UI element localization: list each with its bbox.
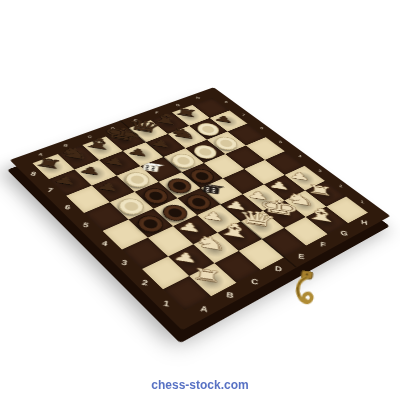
square-d3[interactable] <box>197 204 241 232</box>
square-a2[interactable] <box>142 256 189 289</box>
square-b5[interactable] <box>110 192 154 220</box>
square-a5[interactable] <box>84 202 129 231</box>
square-a1[interactable] <box>163 276 211 311</box>
square-f1[interactable] <box>284 217 327 246</box>
chess-board: 8877665544332211HHGGFFEEDDCCBBAA ♜♞♝♚♛♝♜… <box>10 87 391 330</box>
scene: 8877665544332211HHGGFFEEDDCCBBAA ♜♞♝♚♛♝♜… <box>0 0 400 400</box>
square-b2[interactable] <box>168 244 214 276</box>
square-b1[interactable] <box>189 263 236 296</box>
square-c1[interactable] <box>214 251 260 283</box>
square-a3[interactable] <box>122 238 168 269</box>
product-photo: 8877665544332211HHGGFFEEDDCCBBAA ♜♞♝♚♛♝♜… <box>0 0 400 400</box>
square-c2[interactable] <box>193 233 238 264</box>
watermark-link[interactable]: chess-stock.com <box>0 378 400 392</box>
square-b4[interactable] <box>128 209 173 238</box>
square-c5[interactable] <box>135 182 178 209</box>
square-b3[interactable] <box>148 226 193 256</box>
square-c4[interactable] <box>153 198 197 226</box>
square-c3[interactable] <box>173 215 217 244</box>
square-a4[interactable] <box>102 220 147 250</box>
square-a6[interactable] <box>66 186 110 214</box>
square-d2[interactable] <box>218 221 262 250</box>
square-d1[interactable] <box>239 239 284 270</box>
brass-latch-icon <box>287 269 322 314</box>
coord-file-front-H: H <box>356 212 373 234</box>
coord-file-back-H: H <box>190 90 206 106</box>
